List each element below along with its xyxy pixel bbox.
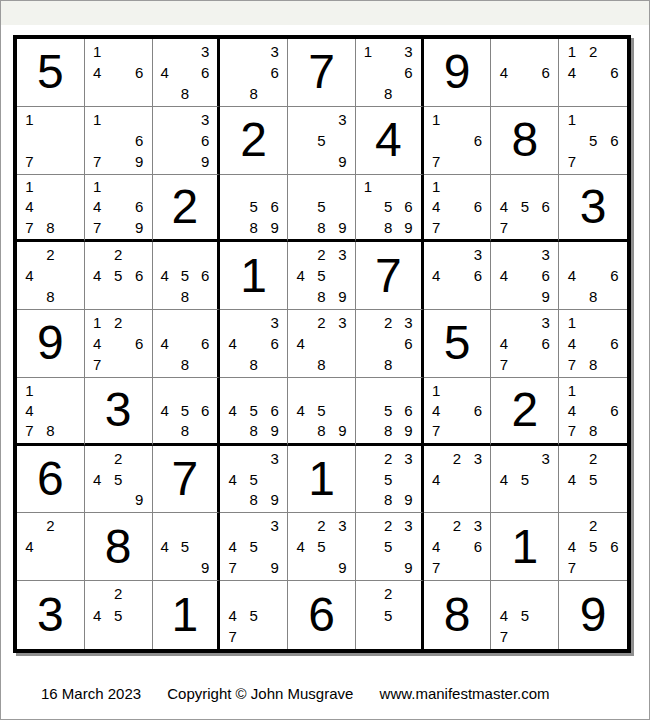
- candidate-grid: 1246: [561, 41, 625, 104]
- candidate-digit: [290, 557, 311, 578]
- candidate-grid: 234: [426, 448, 489, 511]
- candidate-digit: [264, 469, 285, 490]
- candidate-digit: [129, 286, 150, 307]
- candidate-digit: 6: [195, 265, 215, 286]
- cell-r1c9[interactable]: 1246: [559, 39, 627, 107]
- cell-r5c9[interactable]: 14678: [559, 310, 627, 378]
- candidate-digit: 4: [493, 265, 514, 286]
- candidate-digit: 6: [264, 197, 285, 217]
- candidate-digit: [175, 109, 195, 130]
- cell-r8c1[interactable]: 24: [17, 513, 85, 581]
- candidate-digit: 4: [426, 469, 447, 490]
- cell-r4c5[interactable]: 234589: [288, 242, 356, 310]
- cell-r6c3[interactable]: 4568: [153, 378, 221, 446]
- cell-r9c5[interactable]: 6: [288, 581, 356, 649]
- candidate-digit: [604, 448, 625, 469]
- candidate-digit: [108, 41, 129, 62]
- candidate-digit: 9: [398, 490, 418, 511]
- candidate-grid: 1679: [87, 109, 150, 172]
- candidate-digit: 6: [129, 62, 150, 83]
- cell-r5c8[interactable]: 3467: [491, 310, 559, 378]
- candidate-digit: [87, 83, 108, 104]
- candidate-digit: [447, 286, 468, 307]
- cell-r8c6[interactable]: 2359: [356, 513, 424, 581]
- cell-r8c2[interactable]: 8: [85, 513, 153, 581]
- solved-digit: 7: [356, 242, 421, 309]
- candidate-digit: 9: [264, 420, 285, 440]
- candidate-digit: 4: [290, 536, 311, 557]
- candidate-digit: 4: [19, 197, 40, 217]
- cell-r3c6[interactable]: 15689: [356, 175, 424, 243]
- candidate-digit: 6: [468, 400, 489, 420]
- cell-r9c3[interactable]: 1: [153, 581, 221, 649]
- cell-r2c1[interactable]: 17: [17, 107, 85, 175]
- candidate-digit: 7: [493, 354, 514, 375]
- cell-r4c8[interactable]: 3469: [491, 242, 559, 310]
- candidate-digit: 2: [108, 244, 129, 265]
- candidate-digit: [514, 333, 535, 354]
- cell-r7c4[interactable]: 34589: [220, 446, 288, 514]
- cell-r3c5[interactable]: 589: [288, 175, 356, 243]
- candidate-digit: 8: [378, 490, 398, 511]
- candidate-digit: 6: [468, 130, 489, 151]
- cell-r2c9[interactable]: 1567: [559, 107, 627, 175]
- candidate-digit: [61, 151, 82, 172]
- candidate-digit: [426, 286, 447, 307]
- cell-r9c7[interactable]: 8: [424, 581, 492, 649]
- candidate-grid: 4589: [290, 380, 353, 441]
- candidate-digit: [332, 380, 353, 400]
- candidate-grid: 234589: [290, 244, 353, 307]
- candidate-digit: 7: [87, 217, 108, 237]
- candidate-digit: 8: [311, 354, 332, 375]
- cell-r4c2[interactable]: 2456: [85, 242, 153, 310]
- candidate-digit: [61, 420, 82, 440]
- candidate-grid: 1368: [358, 41, 419, 104]
- cell-r6c5[interactable]: 4589: [288, 378, 356, 446]
- candidate-digit: [195, 380, 215, 400]
- candidate-digit: [514, 286, 535, 307]
- cell-r3c7[interactable]: 1467: [424, 175, 492, 243]
- candidate-digit: [61, 380, 82, 400]
- candidate-digit: 8: [311, 217, 332, 237]
- candidate-digit: 2: [378, 312, 398, 333]
- cell-r3c9[interactable]: 3: [559, 175, 627, 243]
- cell-r3c4[interactable]: 5689: [220, 175, 288, 243]
- candidate-digit: [358, 490, 378, 511]
- candidate-digit: [155, 109, 175, 130]
- candidate-digit: [290, 515, 311, 536]
- candidate-digit: 6: [398, 400, 418, 420]
- cell-r7c3[interactable]: 7: [153, 446, 221, 514]
- candidate-digit: [447, 380, 468, 400]
- candidate-digit: [514, 244, 535, 265]
- cell-r4c3[interactable]: 4568: [153, 242, 221, 310]
- candidate-grid: 14678: [561, 380, 625, 441]
- candidate-digit: [40, 130, 61, 151]
- candidate-digit: [108, 286, 129, 307]
- candidate-digit: [61, 515, 82, 536]
- candidate-digit: 1: [87, 41, 108, 62]
- candidate-digit: 7: [426, 420, 447, 440]
- candidate-digit: 8: [40, 420, 61, 440]
- candidate-digit: 7: [493, 626, 514, 647]
- candidate-digit: [358, 312, 378, 333]
- candidate-digit: 1: [358, 177, 378, 197]
- candidate-digit: 9: [535, 286, 556, 307]
- solved-digit: 7: [288, 39, 355, 106]
- candidate-digit: [426, 130, 447, 151]
- candidate-digit: [332, 265, 353, 286]
- candidate-digit: [290, 197, 311, 217]
- cell-r1c2[interactable]: 146: [85, 39, 153, 107]
- candidate-digit: 4: [561, 400, 582, 420]
- candidate-digit: [264, 536, 285, 557]
- solved-digit: 1: [491, 513, 558, 580]
- candidate-digit: [604, 83, 625, 104]
- cell-r2c8[interactable]: 8: [491, 107, 559, 175]
- candidate-grid: 24: [19, 515, 82, 578]
- cell-r6c9[interactable]: 14678: [559, 378, 627, 446]
- cell-r6c2[interactable]: 3: [85, 378, 153, 446]
- cell-r7c5[interactable]: 1: [288, 446, 356, 514]
- candidate-grid: 468: [561, 244, 625, 307]
- candidate-digit: 5: [582, 536, 603, 557]
- candidate-digit: 4: [561, 536, 582, 557]
- candidate-digit: 9: [332, 217, 353, 237]
- cell-r7c1[interactable]: 6: [17, 446, 85, 514]
- candidate-digit: 4: [19, 265, 40, 286]
- candidate-digit: 5: [582, 469, 603, 490]
- cell-r7c6[interactable]: 23589: [356, 446, 424, 514]
- candidate-digit: 5: [311, 130, 332, 151]
- cell-r2c6[interactable]: 4: [356, 107, 424, 175]
- cell-r4c1[interactable]: 248: [17, 242, 85, 310]
- candidate-digit: [19, 130, 40, 151]
- candidate-grid: 167: [426, 109, 489, 172]
- cell-r3c2[interactable]: 14679: [85, 175, 153, 243]
- cell-r4c6[interactable]: 7: [356, 242, 424, 310]
- cell-r6c1[interactable]: 1478: [17, 378, 85, 446]
- cell-r1c1[interactable]: 5: [17, 39, 85, 107]
- cell-r5c2[interactable]: 12467: [85, 310, 153, 378]
- candidate-digit: [447, 244, 468, 265]
- candidate-digit: 6: [468, 536, 489, 557]
- solved-digit: 3: [559, 175, 627, 240]
- cell-r3c3[interactable]: 2: [153, 175, 221, 243]
- cell-r2c5[interactable]: 359: [288, 107, 356, 175]
- candidate-digit: [561, 515, 582, 536]
- cell-r4c9[interactable]: 468: [559, 242, 627, 310]
- cell-r9c2[interactable]: 245: [85, 581, 153, 649]
- cell-r7c9[interactable]: 245: [559, 446, 627, 514]
- candidate-digit: [332, 197, 353, 217]
- solved-digit: 3: [17, 581, 84, 649]
- candidate-digit: 4: [493, 197, 514, 217]
- candidate-digit: [604, 354, 625, 375]
- candidate-digit: 2: [40, 244, 61, 265]
- candidate-digit: 5: [175, 536, 195, 557]
- candidate-grid: 14678: [561, 312, 625, 375]
- candidate-digit: [222, 354, 243, 375]
- footer-website-link[interactable]: www.manifestmaster.com: [380, 685, 550, 702]
- candidate-digit: [358, 62, 378, 83]
- cell-r5c3[interactable]: 468: [153, 310, 221, 378]
- candidate-digit: 2: [447, 448, 468, 469]
- cell-r2c3[interactable]: 369: [153, 107, 221, 175]
- cell-r9c9[interactable]: 9: [559, 581, 627, 649]
- candidate-digit: 5: [378, 400, 398, 420]
- candidate-digit: [358, 515, 378, 536]
- candidate-digit: [129, 583, 150, 604]
- candidate-digit: [426, 244, 447, 265]
- cell-r9c4[interactable]: 457: [220, 581, 288, 649]
- candidate-digit: [61, 177, 82, 197]
- cell-r3c1[interactable]: 1478: [17, 175, 85, 243]
- candidate-grid: 23459: [290, 515, 353, 578]
- candidate-digit: 5: [108, 469, 129, 490]
- candidate-digit: [582, 151, 603, 172]
- candidate-digit: [175, 130, 195, 151]
- candidate-grid: 3468: [222, 312, 285, 375]
- cell-r5c4[interactable]: 3468: [220, 310, 288, 378]
- candidate-digit: 6: [195, 333, 215, 354]
- solved-digit: 9: [559, 581, 627, 649]
- candidate-digit: 3: [398, 312, 418, 333]
- cell-r1c6[interactable]: 1368: [356, 39, 424, 107]
- cell-r1c7[interactable]: 9: [424, 39, 492, 107]
- cell-r4c4[interactable]: 1: [220, 242, 288, 310]
- candidate-digit: [290, 312, 311, 333]
- cell-r1c4[interactable]: 368: [220, 39, 288, 107]
- sudoku-board: 5146346836871368946124617167936923594167…: [13, 35, 631, 653]
- candidate-digit: [358, 557, 378, 578]
- solved-digit: 1: [220, 242, 287, 309]
- candidate-digit: [175, 333, 195, 354]
- candidate-digit: 6: [535, 197, 556, 217]
- candidate-digit: [535, 469, 556, 490]
- candidate-digit: 4: [87, 469, 108, 490]
- candidate-grid: 4568: [155, 380, 216, 441]
- cell-r7c8[interactable]: 345: [491, 446, 559, 514]
- candidate-digit: 5: [378, 197, 398, 217]
- candidate-digit: [19, 557, 40, 578]
- candidate-digit: [108, 217, 129, 237]
- candidate-digit: [243, 333, 264, 354]
- cell-r5c1[interactable]: 9: [17, 310, 85, 378]
- candidate-digit: 8: [175, 286, 195, 307]
- candidate-digit: [535, 490, 556, 511]
- candidate-digit: [468, 177, 489, 197]
- candidate-digit: [604, 420, 625, 440]
- cell-r5c5[interactable]: 2348: [288, 310, 356, 378]
- candidate-digit: [398, 83, 418, 104]
- candidate-digit: [447, 420, 468, 440]
- candidate-digit: 4: [493, 604, 514, 625]
- candidate-digit: [447, 151, 468, 172]
- candidate-digit: [264, 604, 285, 625]
- candidate-digit: 3: [264, 515, 285, 536]
- candidate-digit: [514, 265, 535, 286]
- cell-r2c7[interactable]: 167: [424, 107, 492, 175]
- cell-r8c3[interactable]: 459: [153, 513, 221, 581]
- candidate-digit: [87, 130, 108, 151]
- candidate-digit: [19, 244, 40, 265]
- candidate-digit: [398, 604, 418, 625]
- candidate-digit: [175, 515, 195, 536]
- candidate-digit: 3: [264, 312, 285, 333]
- cell-r9c1[interactable]: 3: [17, 581, 85, 649]
- candidate-digit: 9: [332, 557, 353, 578]
- candidate-grid: 2348: [290, 312, 353, 375]
- candidate-digit: [426, 490, 447, 511]
- cell-r1c5[interactable]: 7: [288, 39, 356, 107]
- candidate-digit: 3: [535, 312, 556, 333]
- candidate-digit: [398, 354, 418, 375]
- candidate-digit: [582, 83, 603, 104]
- candidate-grid: 34579: [222, 515, 285, 578]
- candidate-digit: [243, 312, 264, 333]
- candidate-digit: [155, 130, 175, 151]
- candidate-digit: [493, 286, 514, 307]
- candidate-digit: [493, 312, 514, 333]
- candidate-digit: [447, 557, 468, 578]
- candidate-digit: [129, 244, 150, 265]
- candidate-digit: [175, 41, 195, 62]
- cell-r5c7[interactable]: 5: [424, 310, 492, 378]
- solved-digit: 2: [491, 378, 558, 443]
- candidate-digit: 6: [535, 62, 556, 83]
- candidate-digit: [155, 380, 175, 400]
- candidate-digit: 4: [290, 333, 311, 354]
- cell-r6c7[interactable]: 1467: [424, 378, 492, 446]
- candidate-digit: 4: [222, 536, 243, 557]
- solved-digit: 4: [356, 107, 421, 174]
- cell-r8c5[interactable]: 23459: [288, 513, 356, 581]
- candidate-digit: [155, 420, 175, 440]
- candidate-digit: 6: [129, 333, 150, 354]
- candidate-digit: [514, 83, 535, 104]
- candidate-digit: 5: [175, 265, 195, 286]
- candidate-digit: [175, 244, 195, 265]
- cell-r9c8[interactable]: 457: [491, 581, 559, 649]
- candidate-digit: 3: [535, 244, 556, 265]
- candidate-digit: 5: [243, 400, 264, 420]
- candidate-digit: 2: [311, 244, 332, 265]
- candidate-digit: [468, 420, 489, 440]
- candidate-grid: 2368: [358, 312, 419, 375]
- candidate-digit: [264, 583, 285, 604]
- candidate-digit: [108, 490, 129, 511]
- candidate-digit: 8: [378, 420, 398, 440]
- candidate-digit: 8: [378, 217, 398, 237]
- cell-r6c6[interactable]: 5689: [356, 378, 424, 446]
- candidate-grid: 1467: [426, 380, 489, 441]
- candidate-digit: 7: [222, 557, 243, 578]
- candidate-digit: [535, 354, 556, 375]
- candidate-digit: [604, 515, 625, 536]
- candidate-digit: [222, 515, 243, 536]
- cell-r6c4[interactable]: 45689: [220, 378, 288, 446]
- solved-digit: 2: [220, 107, 287, 174]
- candidate-digit: [378, 626, 398, 647]
- candidate-grid: 46: [493, 41, 556, 104]
- candidate-digit: 7: [426, 217, 447, 237]
- candidate-digit: 4: [155, 62, 175, 83]
- cell-r7c2[interactable]: 2459: [85, 446, 153, 514]
- candidate-digit: 2: [582, 515, 603, 536]
- cell-r8c7[interactable]: 23467: [424, 513, 492, 581]
- cell-r9c6[interactable]: 25: [356, 581, 424, 649]
- cell-r8c4[interactable]: 34579: [220, 513, 288, 581]
- cell-r1c8[interactable]: 46: [491, 39, 559, 107]
- candidate-digit: [61, 286, 82, 307]
- candidate-digit: [290, 151, 311, 172]
- candidate-digit: [175, 557, 195, 578]
- cell-r3c8[interactable]: 4567: [491, 175, 559, 243]
- candidate-digit: [129, 83, 150, 104]
- candidate-digit: 8: [311, 286, 332, 307]
- cell-r6c8[interactable]: 2: [491, 378, 559, 446]
- candidate-digit: [175, 62, 195, 83]
- candidate-digit: [514, 312, 535, 333]
- candidate-digit: 6: [129, 265, 150, 286]
- candidate-digit: [514, 177, 535, 197]
- candidate-digit: 7: [19, 420, 40, 440]
- candidate-grid: 1567: [561, 109, 625, 172]
- candidate-digit: 9: [129, 151, 150, 172]
- footer: 16 March 2023 Copyright © John Musgrave …: [41, 685, 550, 702]
- candidate-digit: 8: [243, 83, 264, 104]
- solved-digit: 9: [424, 39, 491, 106]
- cell-r8c9[interactable]: 24567: [559, 513, 627, 581]
- candidate-digit: [222, 177, 243, 197]
- candidate-digit: [332, 333, 353, 354]
- candidate-digit: 7: [493, 217, 514, 237]
- candidate-digit: [535, 177, 556, 197]
- candidate-digit: [358, 536, 378, 557]
- candidate-digit: 6: [264, 62, 285, 83]
- candidate-grid: 5689: [222, 177, 285, 238]
- candidate-digit: [447, 490, 468, 511]
- candidate-digit: 3: [195, 41, 215, 62]
- candidate-digit: 1: [19, 380, 40, 400]
- candidate-digit: [243, 448, 264, 469]
- cell-r1c3[interactable]: 3468: [153, 39, 221, 107]
- candidate-digit: 6: [604, 333, 625, 354]
- candidate-digit: 4: [222, 469, 243, 490]
- footer-date: 16 March 2023: [41, 685, 141, 702]
- candidate-digit: [398, 583, 418, 604]
- candidate-digit: 1: [561, 109, 582, 130]
- candidate-digit: [604, 312, 625, 333]
- cell-r5c6[interactable]: 2368: [356, 310, 424, 378]
- candidate-digit: 3: [332, 109, 353, 130]
- candidate-digit: [108, 197, 129, 217]
- candidate-grid: 359: [290, 109, 353, 172]
- cell-r8c8[interactable]: 1: [491, 513, 559, 581]
- candidate-digit: 5: [311, 265, 332, 286]
- candidate-digit: 3: [398, 448, 418, 469]
- solved-digit: 5: [17, 39, 84, 106]
- cell-r2c4[interactable]: 2: [220, 107, 288, 175]
- cell-r2c2[interactable]: 1679: [85, 107, 153, 175]
- candidate-digit: [514, 490, 535, 511]
- candidate-digit: [604, 244, 625, 265]
- cell-r4c7[interactable]: 346: [424, 242, 492, 310]
- candidate-digit: 4: [561, 62, 582, 83]
- cell-r7c7[interactable]: 234: [424, 446, 492, 514]
